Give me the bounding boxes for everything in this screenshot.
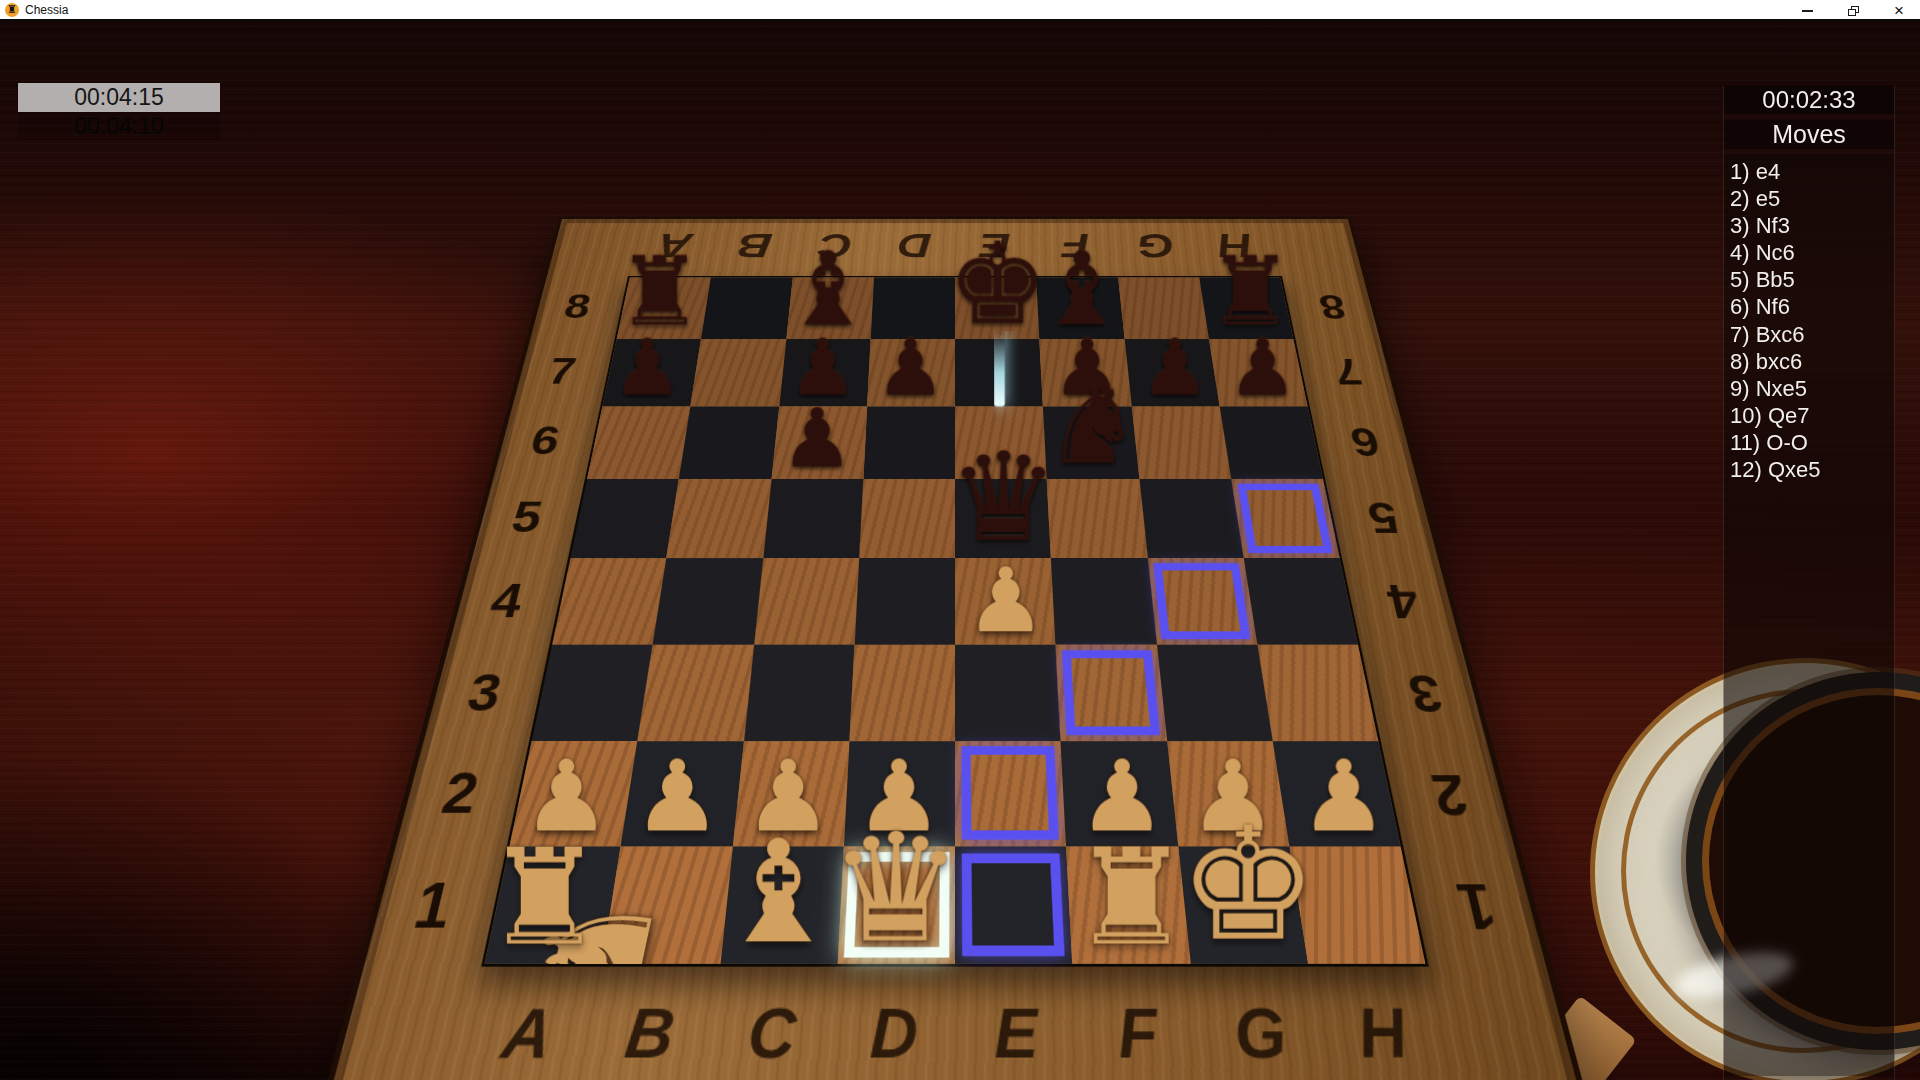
square-b4[interactable] (653, 558, 763, 645)
square-g4[interactable] (1147, 558, 1257, 645)
minimize-button[interactable] (1796, 1, 1818, 20)
move-entry: 9) Nxe5 (1730, 375, 1888, 402)
coord-label: 7 (1298, 338, 1399, 405)
piece-white-queen-d1[interactable]: ♛ (829, 818, 964, 961)
square-a6[interactable] (587, 406, 690, 479)
piece-white-bishop-c1[interactable]: ♝ (715, 826, 842, 961)
square-b1[interactable]: ♞ (602, 846, 732, 963)
piece-black-pawn-d7[interactable]: ♟ (876, 330, 946, 404)
move-entry: 3) Nf3 (1730, 212, 1888, 239)
square-e4[interactable]: ♟ (955, 558, 1056, 645)
move-entry: 12) Qxe5 (1730, 456, 1888, 483)
square-f4[interactable] (1051, 558, 1156, 645)
square-d6[interactable] (863, 406, 955, 479)
clock-top-right: 00:02:33 (1724, 86, 1894, 114)
square-d5[interactable] (859, 479, 955, 558)
piece-black-pawn-h7[interactable]: ♟ (1228, 330, 1298, 404)
square-h3[interactable] (1257, 645, 1378, 741)
highlight-beam (994, 330, 1005, 406)
window-title: Chessia (25, 3, 68, 17)
square-a4[interactable] (552, 558, 666, 645)
square-e3[interactable] (955, 645, 1061, 741)
square-b6[interactable] (679, 406, 779, 479)
piece-white-rook-a1[interactable]: ♜ (485, 834, 604, 960)
square-a7[interactable]: ♟ (603, 339, 702, 406)
square-c5[interactable] (763, 479, 863, 558)
coord-label: 6 (491, 405, 597, 478)
move-entry: 1) e4 (1730, 158, 1888, 185)
close-button[interactable]: × (1888, 1, 1910, 20)
piece-white-king-g1[interactable]: ♚ (1179, 812, 1319, 960)
clock-top-left-secondary: 00:04:10 (18, 112, 220, 140)
square-d4[interactable] (854, 558, 955, 645)
square-b5[interactable] (667, 479, 772, 558)
square-f5[interactable] (1047, 479, 1147, 558)
square-h4[interactable] (1243, 558, 1357, 645)
square-e1[interactable] (955, 846, 1073, 963)
piece-white-rook-f1[interactable]: ♜ (1072, 834, 1191, 960)
square-a3[interactable] (532, 645, 653, 741)
square-b7[interactable] (691, 339, 786, 406)
move-entry: 6) Nf6 (1730, 293, 1888, 320)
coord-label: F (1074, 971, 1206, 1080)
square-a5[interactable] (570, 479, 679, 558)
piece-white-pawn-b2[interactable]: ♟ (633, 750, 721, 844)
chess-board: ABCDEFGH ABCDEFGH 87654321 87654321 ♜♝♚♝… (321, 216, 1589, 1080)
square-b3[interactable] (638, 645, 754, 741)
coord-label: 3 (1364, 646, 1489, 742)
rook-icon: ♜ (7, 4, 17, 15)
square-c3[interactable] (743, 645, 854, 741)
coord-label: B (579, 971, 718, 1080)
piece-black-pawn-g7[interactable]: ♟ (1140, 330, 1210, 404)
square-f1[interactable]: ♜ (1066, 846, 1190, 963)
square-c4[interactable] (754, 558, 859, 645)
square-d3[interactable] (849, 645, 955, 741)
moves-panel-title: Moves (1724, 120, 1894, 149)
app-icon: ♜ (5, 3, 19, 17)
square-g3[interactable] (1156, 645, 1272, 741)
square-a1[interactable]: ♜ (485, 846, 621, 963)
square-d1[interactable]: ♛ (837, 846, 955, 963)
board-surface: ♜♝♚♝♜♟♟♟♟♟♟♟♞♛♟♟♟♟♟♟♟♟♜♞♝♛♜♚ (481, 276, 1429, 967)
coord-label: C (704, 971, 836, 1080)
square-c1[interactable]: ♝ (720, 846, 844, 963)
piece-black-pawn-c6[interactable]: ♟ (781, 400, 854, 477)
move-entry: 7) Bxc6 (1730, 321, 1888, 348)
piece-black-knight-f6[interactable]: ♞ (1044, 374, 1141, 477)
file-labels-bottom: ABCDEFGH (453, 971, 1456, 1080)
move-entry: 2) e5 (1730, 185, 1888, 212)
square-e5[interactable]: ♛ (955, 479, 1051, 558)
square-g1[interactable]: ♚ (1178, 846, 1308, 963)
square-h5[interactable] (1231, 479, 1340, 558)
move-entry: 4) Nc6 (1730, 239, 1888, 266)
moves-panel: 00:02:33 Moves 1) e42) e53) Nf34) Nc65) … (1723, 86, 1895, 1080)
square-g5[interactable] (1139, 479, 1244, 558)
piece-black-queen-e5[interactable]: ♛ (948, 439, 1058, 556)
minimize-icon (1802, 10, 1813, 12)
coord-label: G (1192, 971, 1331, 1080)
coord-label: E (955, 971, 1080, 1080)
restore-button[interactable] (1842, 1, 1864, 20)
square-h6[interactable] (1219, 406, 1322, 479)
square-g6[interactable] (1131, 406, 1231, 479)
piece-white-pawn-e4[interactable]: ♟ (965, 558, 1045, 643)
close-icon: × (1894, 2, 1904, 19)
piece-black-king-e8[interactable]: ♚ (947, 231, 1048, 338)
moves-list: 1) e42) e53) Nf34) Nc65) Bb56) Nf67) Bxc… (1724, 154, 1894, 1076)
square-d7[interactable]: ♟ (867, 339, 955, 406)
move-entry: 5) Bb5 (1730, 266, 1888, 293)
restore-icon (1848, 6, 1859, 16)
square-c6[interactable]: ♟ (771, 406, 867, 479)
coord-label: 1 (1408, 848, 1549, 966)
coord-label: D (830, 971, 955, 1080)
coord-label: 7 (511, 338, 612, 405)
square-h7[interactable]: ♟ (1209, 339, 1308, 406)
title-bar: ♜ Chessia × (0, 0, 1920, 21)
square-f3[interactable] (1056, 645, 1167, 741)
piece-black-pawn-a7[interactable]: ♟ (612, 330, 682, 404)
app-window: ♜ Chessia × 00:04:15 00:04:10 ABCDEFGH A… (0, 0, 1920, 1080)
move-entry: 11) O-O (1730, 429, 1888, 456)
move-entry: 8) bxc6 (1730, 348, 1888, 375)
clock-top-left-primary: 00:04:15 (18, 83, 220, 112)
move-entry: 10) Qe7 (1730, 402, 1888, 429)
